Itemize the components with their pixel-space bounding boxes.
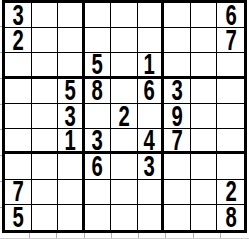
given-digit: 8 [225, 205, 236, 230]
cell-r8c8[interactable] [191, 180, 218, 205]
gridline-tick [0, 104, 2, 105]
cell-r5c1[interactable] [5, 104, 32, 129]
cell-r6c7[interactable]: 7 [164, 129, 191, 154]
cell-r7c4[interactable]: 6 [85, 154, 112, 179]
given-digit: 5 [92, 53, 103, 78]
given-digit: 6 [144, 79, 155, 104]
cell-r3c8[interactable] [191, 53, 218, 78]
sudoku-board: 36275158633291347637258 [2, 0, 247, 233]
cell-r3c1[interactable] [5, 53, 32, 78]
cell-r2c9[interactable]: 7 [217, 28, 244, 53]
cell-r2c7[interactable] [164, 28, 191, 53]
cell-r3c4[interactable]: 5 [85, 53, 112, 78]
cell-r1c8[interactable] [191, 3, 218, 28]
cell-r4c8[interactable] [191, 79, 218, 104]
given-digit: 7 [12, 180, 23, 205]
gridline-tick [193, 233, 194, 238]
cell-r4c9[interactable] [217, 79, 244, 104]
cell-r4c4[interactable]: 8 [85, 79, 112, 104]
cell-r7c9[interactable] [217, 154, 244, 179]
cell-r1c2[interactable] [32, 3, 59, 28]
cell-r9c3[interactable] [58, 205, 85, 230]
cell-r3c7[interactable] [164, 53, 191, 78]
cell-r1c7[interactable] [164, 3, 191, 28]
given-digit: 7 [171, 129, 182, 154]
gridline-tick [0, 155, 2, 156]
given-digit: 5 [12, 205, 23, 230]
cell-r8c2[interactable] [32, 180, 59, 205]
gridline-tick [84, 233, 85, 238]
cell-r3c2[interactable] [32, 53, 59, 78]
cell-r4c1[interactable] [5, 79, 32, 104]
cell-r8c9[interactable]: 2 [217, 180, 244, 205]
cell-r9c7[interactable] [164, 205, 191, 230]
cell-r5c7[interactable]: 9 [164, 104, 191, 129]
cell-r1c9[interactable]: 6 [217, 3, 244, 28]
gridline-tick [56, 233, 57, 238]
cell-r2c5[interactable] [111, 28, 138, 53]
cell-r5c9[interactable] [217, 104, 244, 129]
cell-r2c4[interactable] [85, 28, 112, 53]
given-digit: 3 [144, 154, 155, 179]
gridline-tick [29, 233, 30, 238]
gridline-tick [138, 233, 139, 238]
cell-r2c6[interactable] [138, 28, 165, 53]
cell-r7c8[interactable] [191, 154, 218, 179]
cell-r1c6[interactable] [138, 3, 165, 28]
given-digit: 3 [92, 129, 103, 154]
cell-r9c1[interactable]: 5 [5, 205, 32, 230]
cell-r5c2[interactable] [32, 104, 59, 129]
given-digit: 9 [171, 104, 182, 129]
given-digit: 4 [144, 129, 155, 154]
given-digit: 1 [144, 53, 155, 78]
cell-r5c8[interactable] [191, 104, 218, 129]
given-digit: 3 [171, 79, 182, 104]
gridline-tick [0, 207, 2, 208]
cell-r6c2[interactable] [32, 129, 59, 154]
cell-r9c5[interactable] [111, 205, 138, 230]
given-digit: 7 [225, 28, 236, 53]
cell-r9c2[interactable] [32, 205, 59, 230]
given-digit: 5 [64, 79, 75, 104]
cell-r6c5[interactable] [111, 129, 138, 154]
cell-r7c2[interactable] [32, 154, 59, 179]
cell-r4c7[interactable]: 3 [164, 79, 191, 104]
gridline-tick [0, 78, 2, 79]
cell-r6c9[interactable] [217, 129, 244, 154]
given-digit: 3 [12, 3, 23, 28]
sudoku-screen: 36275158633291347637258 [0, 0, 249, 239]
gridline-tick [0, 129, 2, 130]
gridline-tick [165, 233, 166, 238]
given-digit: 2 [118, 104, 129, 129]
cell-r1c4[interactable] [85, 3, 112, 28]
cell-r7c7[interactable] [164, 154, 191, 179]
cell-r3c5[interactable] [111, 53, 138, 78]
spreadsheet-gridline [0, 238, 249, 239]
cell-r7c3[interactable] [58, 154, 85, 179]
cell-r6c3[interactable]: 1 [58, 129, 85, 154]
cell-r1c1[interactable]: 3 [5, 3, 32, 28]
gridline-tick [111, 233, 112, 238]
cell-r7c5[interactable] [111, 154, 138, 179]
cell-r9c4[interactable] [85, 205, 112, 230]
given-digit: 8 [92, 79, 103, 104]
cell-r8c1[interactable]: 7 [5, 180, 32, 205]
given-digit: 2 [12, 28, 23, 53]
cell-r1c5[interactable] [111, 3, 138, 28]
given-digit: 3 [64, 104, 75, 129]
gridline-tick [0, 181, 2, 182]
given-digit: 6 [225, 3, 236, 28]
given-digit: 2 [225, 180, 236, 205]
cell-r7c1[interactable] [5, 154, 32, 179]
cell-r5c3[interactable]: 3 [58, 104, 85, 129]
cell-r3c6[interactable]: 1 [138, 53, 165, 78]
cell-r2c1[interactable]: 2 [5, 28, 32, 53]
cell-r3c3[interactable] [58, 53, 85, 78]
cell-r9c8[interactable] [191, 205, 218, 230]
gridline-tick [0, 26, 2, 27]
cell-r5c6[interactable] [138, 104, 165, 129]
cell-r1c3[interactable] [58, 3, 85, 28]
cell-r8c3[interactable] [58, 180, 85, 205]
cell-r4c5[interactable] [111, 79, 138, 104]
cell-r4c3[interactable]: 5 [58, 79, 85, 104]
cell-r6c1[interactable] [5, 129, 32, 154]
cell-r3c9[interactable] [217, 53, 244, 78]
cell-r2c8[interactable] [191, 28, 218, 53]
cell-r6c6[interactable]: 4 [138, 129, 165, 154]
gridline-tick [0, 52, 2, 53]
cell-r9c9[interactable]: 8 [217, 205, 244, 230]
cell-r5c4[interactable] [85, 104, 112, 129]
cell-r8c7[interactable] [164, 180, 191, 205]
cell-r4c6[interactable]: 6 [138, 79, 165, 104]
cell-r6c4[interactable]: 3 [85, 129, 112, 154]
cell-r4c2[interactable] [32, 79, 59, 104]
cell-r9c6[interactable] [138, 205, 165, 230]
cell-r8c4[interactable] [85, 180, 112, 205]
cell-r5c5[interactable]: 2 [111, 104, 138, 129]
gridline-tick [220, 233, 221, 238]
given-digit: 1 [64, 129, 75, 154]
cell-r8c5[interactable] [111, 180, 138, 205]
given-digit: 6 [92, 154, 103, 179]
cell-r6c8[interactable] [191, 129, 218, 154]
cell-r2c2[interactable] [32, 28, 59, 53]
cell-r2c3[interactable] [58, 28, 85, 53]
cell-r7c6[interactable]: 3 [138, 154, 165, 179]
cell-r8c6[interactable] [138, 180, 165, 205]
